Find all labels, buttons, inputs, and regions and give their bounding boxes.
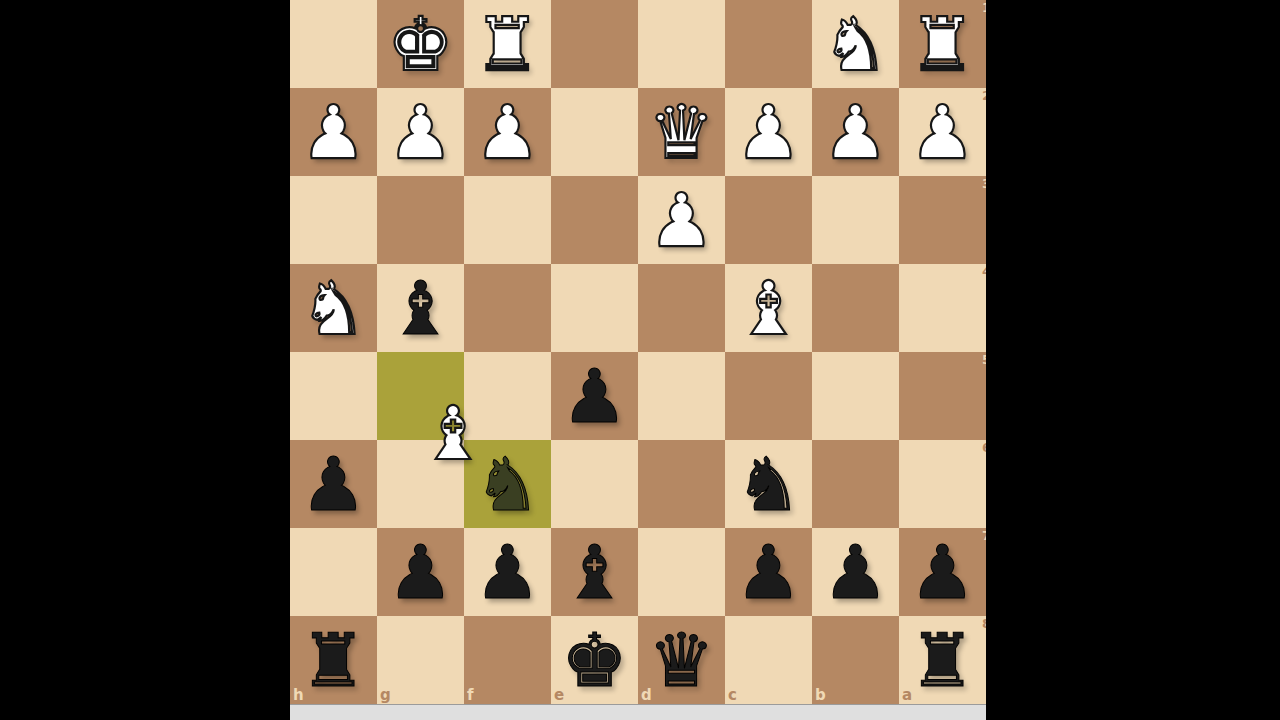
file-label-b: b <box>815 688 826 703</box>
square-b8[interactable]: b <box>812 616 899 704</box>
rank-label-2: 2 <box>982 89 986 102</box>
square-h1[interactable] <box>290 0 377 88</box>
square-a3[interactable]: 3 <box>899 176 986 264</box>
square-a2[interactable]: ♟2 <box>899 88 986 176</box>
black-pawn-h6[interactable]: ♟ <box>290 440 377 528</box>
square-e4[interactable] <box>551 264 638 352</box>
square-e6[interactable] <box>551 440 638 528</box>
square-d6[interactable] <box>638 440 725 528</box>
black-bishop-g4[interactable]: ♝ <box>377 264 464 352</box>
white-rook-a1[interactable]: ♜ <box>899 0 986 88</box>
file-label-c: c <box>728 688 737 703</box>
square-c6[interactable]: ♞ <box>725 440 812 528</box>
rank-label-4: 4 <box>982 265 986 278</box>
black-bishop-e7[interactable]: ♝ <box>551 528 638 616</box>
black-knight-c6[interactable]: ♞ <box>725 440 812 528</box>
square-d8[interactable]: ♛d <box>638 616 725 704</box>
chess-board[interactable]: ♚♜♞♜1♟♟♟♛♟♟♟2♟3♞♝♝4♟5♟♞♞6♟♟♝♟♟♟7♜hgf♚e♛d… <box>290 0 986 704</box>
square-e7[interactable]: ♝ <box>551 528 638 616</box>
square-a1[interactable]: ♜1 <box>899 0 986 88</box>
file-label-h: h <box>293 688 304 703</box>
square-b1[interactable]: ♞ <box>812 0 899 88</box>
square-f3[interactable] <box>464 176 551 264</box>
file-label-d: d <box>641 688 652 703</box>
rank-label-3: 3 <box>982 177 986 190</box>
rank-label-5: 5 <box>982 353 986 366</box>
black-pawn-f7[interactable]: ♟ <box>464 528 551 616</box>
white-knight-b1[interactable]: ♞ <box>812 0 899 88</box>
square-d1[interactable] <box>638 0 725 88</box>
square-a5[interactable]: 5 <box>899 352 986 440</box>
square-b7[interactable]: ♟ <box>812 528 899 616</box>
square-b6[interactable] <box>812 440 899 528</box>
square-c7[interactable]: ♟ <box>725 528 812 616</box>
black-pawn-b7[interactable]: ♟ <box>812 528 899 616</box>
square-e2[interactable] <box>551 88 638 176</box>
square-d7[interactable] <box>638 528 725 616</box>
square-g3[interactable] <box>377 176 464 264</box>
square-c4[interactable]: ♝ <box>725 264 812 352</box>
white-knight-h4[interactable]: ♞ <box>290 264 377 352</box>
square-d4[interactable] <box>638 264 725 352</box>
white-bishop-c4[interactable]: ♝ <box>725 264 812 352</box>
file-label-a: a <box>902 688 912 703</box>
white-pawn-b2[interactable]: ♟ <box>812 88 899 176</box>
square-h8[interactable]: ♜h <box>290 616 377 704</box>
rank-label-1: 1 <box>982 1 986 14</box>
square-a4[interactable]: 4 <box>899 264 986 352</box>
white-rook-f1[interactable]: ♜ <box>464 0 551 88</box>
square-g7[interactable]: ♟ <box>377 528 464 616</box>
square-h2[interactable]: ♟ <box>290 88 377 176</box>
rank-label-8: 8 <box>982 617 986 630</box>
square-b4[interactable] <box>812 264 899 352</box>
white-pawn-h2[interactable]: ♟ <box>290 88 377 176</box>
square-a7[interactable]: ♟7 <box>899 528 986 616</box>
white-queen-d2[interactable]: ♛ <box>638 88 725 176</box>
square-b5[interactable] <box>812 352 899 440</box>
file-label-f: f <box>467 688 474 703</box>
square-b2[interactable]: ♟ <box>812 88 899 176</box>
square-e8[interactable]: ♚e <box>551 616 638 704</box>
square-f2[interactable]: ♟ <box>464 88 551 176</box>
white-pawn-a2[interactable]: ♟ <box>899 88 986 176</box>
square-c5[interactable] <box>725 352 812 440</box>
square-a6[interactable]: 6 <box>899 440 986 528</box>
square-f8[interactable]: f <box>464 616 551 704</box>
square-d2[interactable]: ♛ <box>638 88 725 176</box>
black-pawn-c7[interactable]: ♟ <box>725 528 812 616</box>
rank-label-6: 6 <box>982 441 986 454</box>
square-h6[interactable]: ♟ <box>290 440 377 528</box>
white-pawn-d3[interactable]: ♟ <box>638 176 725 264</box>
black-pawn-g7[interactable]: ♟ <box>377 528 464 616</box>
square-h4[interactable]: ♞ <box>290 264 377 352</box>
black-pawn-e5[interactable]: ♟ <box>551 352 638 440</box>
square-d5[interactable] <box>638 352 725 440</box>
square-c8[interactable]: c <box>725 616 812 704</box>
white-pawn-f2[interactable]: ♟ <box>464 88 551 176</box>
square-f4[interactable] <box>464 264 551 352</box>
moving-white-bishop[interactable]: ♝ <box>410 389 497 477</box>
white-king-g1[interactable]: ♚ <box>377 0 464 88</box>
white-pawn-g2[interactable]: ♟ <box>377 88 464 176</box>
square-b3[interactable] <box>812 176 899 264</box>
square-f7[interactable]: ♟ <box>464 528 551 616</box>
square-e1[interactable] <box>551 0 638 88</box>
rank-label-7: 7 <box>982 529 986 542</box>
square-e3[interactable] <box>551 176 638 264</box>
square-c2[interactable]: ♟ <box>725 88 812 176</box>
white-pawn-c2[interactable]: ♟ <box>725 88 812 176</box>
file-label-g: g <box>380 688 391 703</box>
black-pawn-a7[interactable]: ♟ <box>899 528 986 616</box>
square-g1[interactable]: ♚ <box>377 0 464 88</box>
square-h3[interactable] <box>290 176 377 264</box>
square-c1[interactable] <box>725 0 812 88</box>
square-g4[interactable]: ♝ <box>377 264 464 352</box>
square-g2[interactable]: ♟ <box>377 88 464 176</box>
square-d3[interactable]: ♟ <box>638 176 725 264</box>
square-h7[interactable] <box>290 528 377 616</box>
file-label-e: e <box>554 688 564 703</box>
square-e5[interactable]: ♟ <box>551 352 638 440</box>
square-h5[interactable] <box>290 352 377 440</box>
video-frame: ♚♜♞♜1♟♟♟♛♟♟♟2♟3♞♝♝4♟5♟♞♞6♟♟♝♟♟♟7♜hgf♚e♛d… <box>0 0 1280 720</box>
square-c3[interactable] <box>725 176 812 264</box>
square-f1[interactable]: ♜ <box>464 0 551 88</box>
board-bottom-bar <box>290 704 986 720</box>
square-g8[interactable]: g <box>377 616 464 704</box>
square-a8[interactable]: ♜a8 <box>899 616 986 704</box>
